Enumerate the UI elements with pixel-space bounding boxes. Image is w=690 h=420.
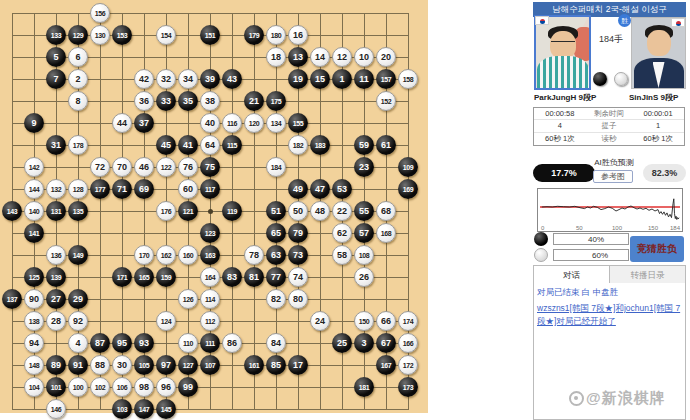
stone-black-move-61: 61 bbox=[376, 135, 396, 155]
stone-white-move-146: 146 bbox=[46, 399, 66, 419]
stone-white-move-74: 74 bbox=[288, 267, 308, 287]
stone-black-move-153: 153 bbox=[112, 25, 132, 45]
stone-white-move-34: 34 bbox=[178, 69, 198, 89]
winrate-graph: 050100150184 bbox=[537, 188, 683, 232]
stone-white-move-86: 86 bbox=[222, 333, 242, 353]
stone-white-move-108: 108 bbox=[354, 245, 374, 265]
stone-white-move-122: 122 bbox=[156, 157, 176, 177]
stone-white-move-172: 172 bbox=[398, 355, 418, 375]
svg-text:0: 0 bbox=[541, 225, 545, 231]
stone-white-move-2: 2 bbox=[68, 69, 88, 89]
stone-black-move-173: 173 bbox=[398, 377, 418, 397]
time-label: 剩余时间 bbox=[586, 108, 633, 120]
stone-black-move-127: 127 bbox=[178, 355, 198, 375]
stone-black-move-93: 93 bbox=[134, 333, 154, 353]
stone-white-move-76: 76 bbox=[178, 157, 198, 177]
player-photo-black[interactable] bbox=[534, 15, 591, 90]
stone-white-move-112: 112 bbox=[200, 311, 220, 331]
stone-black-move-101: 101 bbox=[46, 377, 66, 397]
stone-white-move-158: 158 bbox=[398, 69, 418, 89]
stone-black-move-181: 181 bbox=[354, 377, 374, 397]
stone-white-move-162: 162 bbox=[156, 245, 176, 265]
guess-winner-button[interactable]: 竞猜胜负 bbox=[630, 236, 684, 262]
stone-white-move-96: 96 bbox=[156, 377, 176, 397]
stone-white-move-22: 22 bbox=[332, 201, 352, 221]
stone-white-move-62: 62 bbox=[332, 223, 352, 243]
captures-label: 提子 bbox=[586, 120, 633, 132]
stone-white-move-126: 126 bbox=[178, 289, 198, 309]
stone-black-move-117: 117 bbox=[200, 179, 220, 199]
stone-black-move-77: 77 bbox=[266, 267, 286, 287]
stone-white-move-102: 102 bbox=[90, 377, 110, 397]
stone-white-move-64: 64 bbox=[200, 135, 220, 155]
stone-white-move-106: 106 bbox=[112, 377, 132, 397]
stone-white-move-132: 132 bbox=[46, 179, 66, 199]
stone-black-move-83: 83 bbox=[222, 267, 242, 287]
stone-black-move-35: 35 bbox=[178, 91, 198, 111]
black-stone-icon bbox=[534, 232, 548, 246]
stone-black-move-137: 137 bbox=[2, 289, 22, 309]
black-time: 00:00:58 bbox=[534, 108, 586, 120]
stone-black-move-55: 55 bbox=[354, 201, 374, 221]
stone-black-move-95: 95 bbox=[112, 333, 132, 353]
stone-white-move-26: 26 bbox=[354, 267, 374, 287]
stone-black-move-23: 23 bbox=[354, 157, 374, 177]
stone-black-move-47: 47 bbox=[310, 179, 330, 199]
stone-white-move-180: 180 bbox=[266, 25, 286, 45]
stone-black-move-149: 149 bbox=[68, 245, 88, 265]
stone-black-move-129: 129 bbox=[68, 25, 88, 45]
stone-black-move-1: 1 bbox=[332, 69, 352, 89]
tab-chat[interactable]: 对话 bbox=[533, 265, 610, 284]
white-time: 00:00:01 bbox=[632, 108, 684, 120]
stone-black-move-75: 75 bbox=[200, 157, 220, 177]
stone-black-move-135: 135 bbox=[68, 201, 88, 221]
korea-flag-icon-right bbox=[671, 18, 685, 27]
stone-white-move-170: 170 bbox=[134, 245, 154, 265]
stone-black-move-169: 169 bbox=[398, 179, 418, 199]
stone-white-move-30: 30 bbox=[112, 355, 132, 375]
stone-black-move-19: 19 bbox=[288, 69, 308, 89]
stone-white-move-84: 84 bbox=[266, 333, 286, 353]
chat-result-message: 对局已结束 白 中盘胜 bbox=[537, 287, 682, 299]
stone-black-move-63: 63 bbox=[266, 245, 286, 265]
player-head bbox=[647, 30, 671, 56]
stone-white-move-38: 38 bbox=[200, 91, 220, 111]
white-captures: 1 bbox=[632, 120, 684, 132]
white-bet-bar: 60% bbox=[553, 249, 629, 261]
stone-white-move-120: 120 bbox=[244, 113, 264, 133]
stone-black-move-37: 37 bbox=[134, 113, 154, 133]
winner-badge: 胜 bbox=[618, 14, 631, 27]
clock-table: 00:00:58 剩余时间 00:00:01 4 提子 1 60秒 1次 读秒 … bbox=[533, 107, 685, 146]
black-stone-icon bbox=[593, 72, 607, 86]
stone-white-move-176: 176 bbox=[156, 201, 176, 221]
stone-white-move-36: 36 bbox=[134, 91, 154, 111]
stone-black-move-141: 141 bbox=[24, 223, 44, 243]
stone-white-move-134: 134 bbox=[266, 113, 286, 133]
stone-white-move-128: 128 bbox=[68, 179, 88, 199]
stone-black-move-177: 177 bbox=[90, 179, 110, 199]
stone-black-move-15: 15 bbox=[310, 69, 330, 89]
stone-white-move-70: 70 bbox=[112, 157, 132, 177]
stone-white-move-154: 154 bbox=[156, 25, 176, 45]
stone-black-move-139: 139 bbox=[46, 267, 66, 287]
stone-white-move-138: 138 bbox=[24, 311, 44, 331]
stone-white-move-12: 12 bbox=[332, 47, 352, 67]
stone-black-move-11: 11 bbox=[354, 69, 374, 89]
move-counter: 184手 bbox=[591, 33, 631, 46]
stone-black-move-33: 33 bbox=[156, 91, 176, 111]
sina-watermark: @新浪棋牌 bbox=[569, 389, 666, 408]
player-name-black: ParkJungH 9段P bbox=[534, 92, 596, 103]
stone-black-move-9: 9 bbox=[24, 113, 44, 133]
stone-white-move-156: 156 bbox=[90, 3, 110, 23]
stone-black-move-13: 13 bbox=[288, 47, 308, 67]
stone-black-move-167: 167 bbox=[376, 355, 396, 375]
stone-black-move-111: 111 bbox=[200, 333, 220, 353]
tab-broadcast-log[interactable]: 转播日录 bbox=[610, 265, 686, 284]
stone-white-move-116: 116 bbox=[222, 113, 242, 133]
stone-white-move-40: 40 bbox=[200, 113, 220, 133]
stone-black-move-7: 7 bbox=[46, 69, 66, 89]
stone-white-move-68: 68 bbox=[376, 201, 396, 221]
stone-white-move-124: 124 bbox=[156, 311, 176, 331]
stone-black-move-105: 105 bbox=[134, 355, 154, 375]
stone-black-move-109: 109 bbox=[398, 157, 418, 177]
stone-black-move-123: 123 bbox=[200, 223, 220, 243]
stone-black-move-165: 165 bbox=[134, 267, 154, 287]
stone-white-move-50: 50 bbox=[288, 201, 308, 221]
stone-black-move-147: 147 bbox=[134, 399, 154, 419]
stone-black-move-73: 73 bbox=[288, 245, 308, 265]
stone-white-move-32: 32 bbox=[156, 69, 176, 89]
player-name-white: SinJinS 9段P bbox=[629, 92, 678, 103]
stone-white-move-150: 150 bbox=[354, 311, 374, 331]
stone-black-move-125: 125 bbox=[24, 267, 44, 287]
stone-black-move-89: 89 bbox=[46, 355, 66, 375]
stone-white-move-152: 152 bbox=[376, 91, 396, 111]
stone-white-move-60: 60 bbox=[178, 179, 198, 199]
stone-black-move-151: 151 bbox=[200, 25, 220, 45]
svg-text:100: 100 bbox=[612, 225, 623, 231]
stone-black-move-57: 57 bbox=[354, 223, 374, 243]
stone-white-move-164: 164 bbox=[200, 267, 220, 287]
stone-black-move-71: 71 bbox=[112, 179, 132, 199]
stone-white-move-178: 178 bbox=[68, 135, 88, 155]
stone-black-move-31: 31 bbox=[46, 135, 66, 155]
stone-black-move-3: 3 bbox=[354, 333, 374, 353]
stone-black-move-103: 103 bbox=[112, 399, 132, 419]
white-winrate-pill: 82.3% bbox=[643, 164, 686, 182]
stone-white-move-88: 88 bbox=[90, 355, 110, 375]
stone-white-move-98: 98 bbox=[134, 377, 154, 397]
stone-white-move-140: 140 bbox=[24, 201, 44, 221]
stone-white-move-160: 160 bbox=[178, 245, 198, 265]
stone-black-move-25: 25 bbox=[332, 333, 352, 353]
stone-black-move-41: 41 bbox=[178, 135, 198, 155]
svg-text:184: 184 bbox=[670, 225, 681, 231]
stone-white-move-136: 136 bbox=[46, 245, 66, 265]
stone-white-move-184: 184 bbox=[266, 157, 286, 177]
stone-black-move-53: 53 bbox=[332, 179, 352, 199]
stone-white-move-20: 20 bbox=[376, 47, 396, 67]
stone-black-move-145: 145 bbox=[156, 399, 176, 419]
stone-white-move-100: 100 bbox=[68, 377, 88, 397]
reference-diagram-button[interactable]: 参考图 bbox=[593, 170, 633, 183]
stones-layer: 1561331291301531541511791801656181314121… bbox=[1, 2, 419, 420]
player-photo-white[interactable] bbox=[631, 17, 686, 89]
stone-black-move-91: 91 bbox=[68, 355, 88, 375]
stone-black-move-119: 119 bbox=[222, 201, 242, 221]
stone-white-move-182: 182 bbox=[288, 135, 308, 155]
stone-white-move-10: 10 bbox=[354, 47, 374, 67]
stone-white-move-80: 80 bbox=[288, 289, 308, 309]
stone-black-move-43: 43 bbox=[222, 69, 242, 89]
black-bet-bar: 40% bbox=[553, 233, 629, 245]
black-byoyomi: 60秒 1次 bbox=[534, 133, 586, 145]
stone-white-move-28: 28 bbox=[46, 311, 66, 331]
stone-black-move-51: 51 bbox=[266, 201, 286, 221]
stone-white-move-8: 8 bbox=[68, 91, 88, 111]
stone-white-move-90: 90 bbox=[24, 289, 44, 309]
player-shirt bbox=[537, 56, 589, 90]
stone-black-move-179: 179 bbox=[244, 25, 264, 45]
stone-black-move-85: 85 bbox=[266, 355, 286, 375]
stone-white-move-166: 166 bbox=[398, 333, 418, 353]
stone-black-move-143: 143 bbox=[2, 201, 22, 221]
winrate-curve: 050100150184 bbox=[538, 189, 682, 231]
stone-white-move-4: 4 bbox=[68, 333, 88, 353]
stone-white-move-58: 58 bbox=[332, 245, 352, 265]
stone-black-move-159: 159 bbox=[156, 267, 176, 287]
black-captures: 4 bbox=[534, 120, 586, 132]
stone-black-move-27: 27 bbox=[46, 289, 66, 309]
stone-black-move-175: 175 bbox=[266, 91, 286, 111]
stone-white-move-46: 46 bbox=[134, 157, 154, 177]
stone-white-move-72: 72 bbox=[90, 157, 110, 177]
stone-white-move-92: 92 bbox=[68, 311, 88, 331]
stone-white-move-148: 148 bbox=[24, 355, 44, 375]
stone-black-move-45: 45 bbox=[156, 135, 176, 155]
stone-white-move-24: 24 bbox=[310, 311, 330, 331]
stone-black-move-39: 39 bbox=[200, 69, 220, 89]
stone-white-move-16: 16 bbox=[288, 25, 308, 45]
stone-black-move-121: 121 bbox=[178, 201, 198, 221]
stone-black-move-69: 69 bbox=[134, 179, 154, 199]
stone-white-move-130: 130 bbox=[90, 25, 110, 45]
stone-black-move-87: 87 bbox=[90, 333, 110, 353]
stone-black-move-5: 5 bbox=[46, 47, 66, 67]
stone-black-move-155: 155 bbox=[288, 113, 308, 133]
stone-black-move-49: 49 bbox=[288, 179, 308, 199]
info-panel: 남해수퍼매치 2국-해설 이성구 胜 184手 ParkJungH 9段P Si… bbox=[533, 0, 686, 420]
chat-game-start-message[interactable]: wzszns1[韩国 7段★]和jochun1[韩国 7段★]对局已经开始了 bbox=[537, 302, 682, 328]
stone-white-move-174: 174 bbox=[398, 311, 418, 331]
stone-black-move-131: 131 bbox=[46, 201, 66, 221]
stone-white-move-110: 110 bbox=[178, 333, 198, 353]
stone-black-move-163: 163 bbox=[200, 245, 220, 265]
stone-white-move-18: 18 bbox=[266, 47, 286, 67]
stone-black-move-133: 133 bbox=[46, 25, 66, 45]
byoyomi-label: 读秒 bbox=[586, 133, 633, 145]
stone-black-move-81: 81 bbox=[244, 267, 264, 287]
stone-white-move-6: 6 bbox=[68, 47, 88, 67]
stone-black-move-183: 183 bbox=[310, 135, 330, 155]
stone-white-move-114: 114 bbox=[200, 289, 220, 309]
stone-white-move-48: 48 bbox=[310, 201, 330, 221]
svg-text:150: 150 bbox=[648, 225, 659, 231]
stone-black-move-29: 29 bbox=[68, 289, 88, 309]
stone-black-move-21: 21 bbox=[244, 91, 264, 111]
svg-text:50: 50 bbox=[576, 225, 583, 231]
watermark-text: @新浪棋牌 bbox=[586, 389, 666, 408]
korea-flag-icon-left bbox=[535, 16, 549, 25]
black-bet-percent: 40% bbox=[588, 234, 604, 246]
white-stone-icon bbox=[614, 72, 628, 86]
stone-black-move-115: 115 bbox=[222, 135, 242, 155]
stone-black-move-59: 59 bbox=[354, 135, 374, 155]
stone-black-move-79: 79 bbox=[288, 223, 308, 243]
chat-tabs: 对话 转播日录 bbox=[533, 265, 686, 284]
player-glasses bbox=[551, 41, 575, 45]
white-stone-icon bbox=[534, 248, 548, 262]
stone-black-move-17: 17 bbox=[288, 355, 308, 375]
stone-white-move-142: 142 bbox=[24, 157, 44, 177]
stone-black-move-65: 65 bbox=[266, 223, 286, 243]
stone-white-move-104: 104 bbox=[24, 377, 44, 397]
stone-white-move-94: 94 bbox=[24, 333, 44, 353]
sina-logo-icon bbox=[569, 391, 584, 406]
stone-black-move-67: 67 bbox=[376, 333, 396, 353]
stone-white-move-168: 168 bbox=[376, 223, 396, 243]
stone-white-move-42: 42 bbox=[134, 69, 154, 89]
stone-white-move-44: 44 bbox=[112, 113, 132, 133]
go-board[interactable]: 1561331291301531541511791801656181314121… bbox=[0, 0, 428, 413]
stone-black-move-161: 161 bbox=[244, 355, 264, 375]
stone-black-move-157: 157 bbox=[376, 69, 396, 89]
stone-black-move-99: 99 bbox=[178, 377, 198, 397]
stone-white-move-82: 82 bbox=[266, 289, 286, 309]
ai-prediction-label: AI胜负预测 bbox=[586, 157, 642, 168]
white-byoyomi: 60秒 1次 bbox=[632, 133, 684, 145]
stone-black-move-107: 107 bbox=[200, 355, 220, 375]
player-head bbox=[550, 31, 576, 59]
stone-white-move-66: 66 bbox=[376, 311, 396, 331]
stone-white-move-14: 14 bbox=[310, 47, 330, 67]
white-bet-percent: 60% bbox=[592, 250, 608, 262]
stone-black-move-171: 171 bbox=[112, 267, 132, 287]
stone-black-move-97: 97 bbox=[156, 355, 176, 375]
stone-white-move-78: 78 bbox=[244, 245, 264, 265]
stone-white-move-144: 144 bbox=[24, 179, 44, 199]
